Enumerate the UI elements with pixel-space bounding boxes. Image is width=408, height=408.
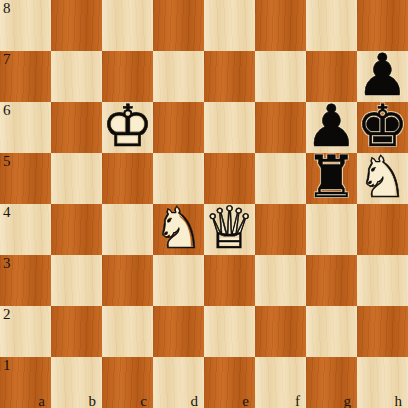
file-label-f: f [295,394,300,408]
square-e3[interactable] [204,255,255,306]
square-g1[interactable]: g [306,357,357,408]
rank-label-8: 8 [3,1,11,16]
square-b3[interactable] [51,255,102,306]
square-d7[interactable] [153,51,204,102]
square-h2[interactable] [357,306,408,357]
file-label-d: d [191,394,199,408]
square-d8[interactable] [153,0,204,51]
rank-label-7: 7 [3,52,11,67]
square-c1[interactable]: c [102,357,153,408]
square-c3[interactable] [102,255,153,306]
square-a8[interactable]: 8 [0,0,51,51]
square-c8[interactable] [102,0,153,51]
square-c2[interactable] [102,306,153,357]
white-knight[interactable]: ♞♘ [153,204,204,255]
square-f2[interactable] [255,306,306,357]
square-e4[interactable]: ♛♕ [204,204,255,255]
square-a2[interactable]: 2 [0,306,51,357]
file-label-g: g [344,394,352,408]
square-e2[interactable] [204,306,255,357]
square-g8[interactable] [306,0,357,51]
square-b5[interactable] [51,153,102,204]
square-h5[interactable]: ♞♘ [357,153,408,204]
square-c5[interactable] [102,153,153,204]
square-g2[interactable] [306,306,357,357]
white-knight-icon: ♘ [153,204,204,255]
square-b4[interactable] [51,204,102,255]
square-f5[interactable] [255,153,306,204]
square-d2[interactable] [153,306,204,357]
black-rook-icon: ♜ [306,153,357,204]
square-f8[interactable] [255,0,306,51]
square-a7[interactable]: 7 [0,51,51,102]
white-king-icon: ♔ [102,102,153,153]
rank-label-2: 2 [3,307,11,322]
file-label-b: b [89,394,97,408]
square-f6[interactable] [255,102,306,153]
square-g5[interactable]: ♜ [306,153,357,204]
square-h3[interactable] [357,255,408,306]
square-e7[interactable] [204,51,255,102]
file-label-h: h [395,394,403,408]
rank-label-4: 4 [3,205,11,220]
square-a5[interactable]: 5 [0,153,51,204]
square-d6[interactable] [153,102,204,153]
square-e8[interactable] [204,0,255,51]
white-knight-icon: ♘ [357,153,408,204]
chess-board: 87♟6♚♔♟♚5♜♞♘4♞♘♛♕321abcdefgh [0,0,408,408]
square-b2[interactable] [51,306,102,357]
black-rook[interactable]: ♜ [306,153,357,204]
white-queen-icon: ♕ [204,204,255,255]
square-f4[interactable] [255,204,306,255]
square-f3[interactable] [255,255,306,306]
square-b1[interactable]: b [51,357,102,408]
rank-label-1: 1 [3,358,11,373]
square-g4[interactable] [306,204,357,255]
square-e1[interactable]: e [204,357,255,408]
square-c4[interactable] [102,204,153,255]
rank-label-6: 6 [3,103,11,118]
white-king[interactable]: ♚♔ [102,102,153,153]
white-knight[interactable]: ♞♘ [357,153,408,204]
square-b8[interactable] [51,0,102,51]
square-g3[interactable] [306,255,357,306]
file-label-c: c [140,394,147,408]
file-label-a: a [38,394,45,408]
square-b6[interactable] [51,102,102,153]
square-h1[interactable]: h [357,357,408,408]
square-f7[interactable] [255,51,306,102]
square-a1[interactable]: 1a [0,357,51,408]
square-a4[interactable]: 4 [0,204,51,255]
square-b7[interactable] [51,51,102,102]
square-d4[interactable]: ♞♘ [153,204,204,255]
white-queen[interactable]: ♛♕ [204,204,255,255]
square-d3[interactable] [153,255,204,306]
square-c6[interactable]: ♚♔ [102,102,153,153]
square-a6[interactable]: 6 [0,102,51,153]
square-d1[interactable]: d [153,357,204,408]
square-h4[interactable] [357,204,408,255]
rank-label-5: 5 [3,154,11,169]
square-f1[interactable]: f [255,357,306,408]
rank-label-3: 3 [3,256,11,271]
square-e6[interactable] [204,102,255,153]
square-a3[interactable]: 3 [0,255,51,306]
file-label-e: e [242,394,249,408]
